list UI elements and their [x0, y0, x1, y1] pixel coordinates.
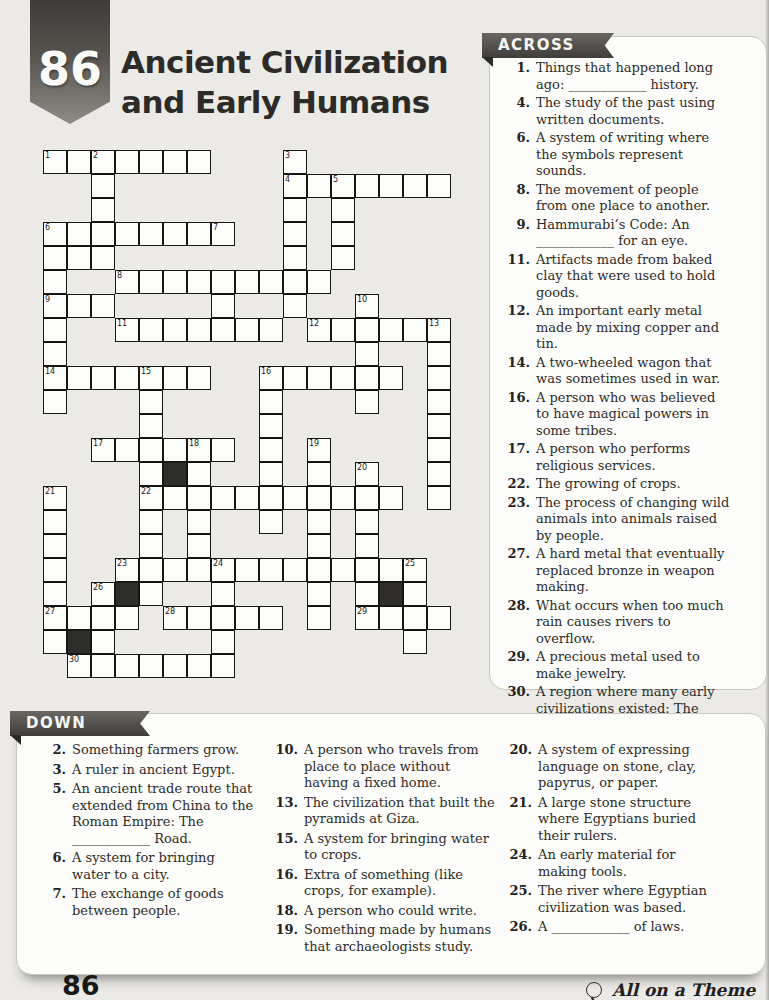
grid-cell[interactable]: 15 — [139, 366, 163, 390]
clue-text: The movement of people from one place to… — [536, 182, 732, 215]
clue-number: 5. — [40, 781, 72, 847]
grid-cell[interactable] — [355, 558, 379, 582]
clue-text: The growing of crops. — [536, 476, 681, 493]
clue-number: 26. — [506, 919, 538, 936]
clue-number: 7. — [40, 886, 72, 919]
grid-cell[interactable]: 18 — [187, 438, 211, 462]
grid-cell[interactable]: 27 — [43, 606, 67, 630]
grid-cell[interactable] — [187, 558, 211, 582]
grid-cell[interactable] — [307, 510, 331, 534]
grid-cell[interactable] — [115, 654, 139, 678]
grid-cell[interactable] — [427, 366, 451, 390]
grid-cell[interactable] — [379, 318, 403, 342]
grid-cell[interactable] — [307, 270, 331, 294]
grid-cell[interactable] — [379, 366, 403, 390]
grid-cell[interactable] — [355, 342, 379, 366]
grid-cell[interactable] — [91, 654, 115, 678]
grid-cell[interactable] — [43, 534, 67, 558]
grid-cell[interactable] — [43, 630, 67, 654]
grid-cell[interactable] — [91, 294, 115, 318]
grid-cell[interactable] — [259, 390, 283, 414]
clue-item: 29.A precious metal used to make jewelry… — [504, 649, 744, 682]
grid-cell[interactable]: 25 — [403, 558, 427, 582]
grid-cell[interactable] — [259, 486, 283, 510]
clue-number: 16. — [504, 390, 536, 440]
grid-cell[interactable] — [307, 174, 331, 198]
grid-cell[interactable] — [259, 414, 283, 438]
grid-cell[interactable] — [91, 174, 115, 198]
grid-cell[interactable] — [67, 150, 91, 174]
grid-cell[interactable] — [211, 438, 235, 462]
grid-cell[interactable] — [187, 150, 211, 174]
grid-cell[interactable] — [283, 486, 307, 510]
clue-number: 12. — [504, 303, 536, 353]
grid-cell[interactable]: 5 — [331, 174, 355, 198]
grid-cell[interactable] — [139, 270, 163, 294]
grid-cell[interactable] — [43, 318, 67, 342]
grid-cell[interactable] — [43, 270, 67, 294]
grid-cell[interactable] — [163, 486, 187, 510]
grid-cell[interactable]: 2 — [91, 150, 115, 174]
clue-item: 11.Artifacts made from baked clay that w… — [504, 252, 744, 302]
cell-number: 6 — [45, 223, 50, 233]
grid-cell[interactable]: 4 — [283, 174, 307, 198]
grid-cell[interactable] — [139, 558, 163, 582]
grid-cell[interactable] — [235, 558, 259, 582]
grid-cell[interactable] — [163, 318, 187, 342]
grid-cell[interactable] — [91, 246, 115, 270]
clue-item: 2.Something farmers grow. — [40, 742, 254, 759]
clue-number: 23. — [504, 495, 536, 545]
magnifier-icon — [586, 982, 602, 998]
page-number: 86 — [62, 970, 100, 1000]
grid-cell[interactable] — [163, 270, 187, 294]
grid-cell[interactable] — [43, 558, 67, 582]
clue-text: The process of changing wild animals int… — [536, 495, 732, 545]
down-column-1: 2.Something farmers grow.3.A ruler in an… — [40, 742, 254, 922]
grid-cell[interactable] — [187, 510, 211, 534]
grid-cell[interactable] — [139, 150, 163, 174]
grid-cell[interactable] — [43, 510, 67, 534]
grid-cell[interactable] — [139, 438, 163, 462]
cell-number: 26 — [93, 583, 103, 593]
grid-cell[interactable] — [43, 582, 67, 606]
grid-cell[interactable] — [283, 198, 307, 222]
grid-cell[interactable] — [283, 366, 307, 390]
grid-cell[interactable]: 8 — [115, 270, 139, 294]
grid-cell[interactable] — [187, 318, 211, 342]
grid-cell[interactable] — [163, 438, 187, 462]
grid-cell[interactable] — [187, 486, 211, 510]
grid-cell[interactable] — [187, 222, 211, 246]
cell-number: 10 — [357, 295, 367, 305]
clue-item: 14.A two-wheeled wagon that was sometime… — [504, 355, 744, 388]
grid-cell[interactable]: 28 — [163, 606, 187, 630]
cell-number: 7 — [213, 223, 218, 233]
across-clue-list: 1.Things that happened long ago: _______… — [504, 60, 744, 736]
clue-text: A hard metal that eventually replaced br… — [536, 546, 732, 596]
cell-number: 15 — [141, 367, 151, 377]
grid-cell[interactable] — [403, 174, 427, 198]
grid-cell[interactable] — [115, 366, 139, 390]
grid-cell[interactable]: 10 — [355, 294, 379, 318]
grid-cell[interactable]: 14 — [43, 366, 67, 390]
clue-item: 6.A system of writing where the symbols … — [504, 130, 744, 180]
clue-text: A system of writing where the symbols re… — [536, 130, 732, 180]
clue-number: 10. — [272, 742, 304, 792]
grid-cell[interactable] — [187, 534, 211, 558]
grid-cell[interactable] — [307, 558, 331, 582]
grid-cell[interactable] — [427, 414, 451, 438]
grid-cell[interactable] — [427, 438, 451, 462]
cell-number: 8 — [117, 271, 122, 281]
grid-cell[interactable] — [211, 630, 235, 654]
cell-number: 16 — [261, 367, 271, 377]
clue-item: 1.Things that happened long ago: _______… — [504, 60, 744, 93]
grid-cell[interactable] — [211, 270, 235, 294]
clue-item: 5.An ancient trade route that extended f… — [40, 781, 254, 847]
grid-cell[interactable]: 24 — [211, 558, 235, 582]
grid-cell[interactable] — [427, 174, 451, 198]
grid-cell[interactable] — [139, 534, 163, 558]
clue-item: 28.What occurs when too much rain causes… — [504, 598, 744, 648]
cell-number: 1 — [45, 151, 50, 161]
lesson-number: 86 — [38, 42, 102, 96]
cell-number: 14 — [45, 367, 55, 377]
grid-cell[interactable] — [259, 270, 283, 294]
clue-item: 7.The exchange of goods between people. — [40, 886, 254, 919]
clue-number: 18. — [272, 903, 304, 920]
clue-number: 13. — [272, 795, 304, 828]
clue-text: The civilization that built the pyramids… — [304, 795, 498, 828]
cell-number: 30 — [69, 655, 79, 665]
grid-cell[interactable] — [259, 510, 283, 534]
grid-cell[interactable] — [355, 582, 379, 606]
cell-number: 5 — [333, 175, 338, 185]
black-cell — [67, 630, 91, 654]
clue-number: 29. — [504, 649, 536, 682]
clue-item: 20.A system of expressing language on st… — [506, 742, 738, 792]
grid-cell[interactable] — [403, 582, 427, 606]
clue-number: 8. — [504, 182, 536, 215]
grid-cell[interactable] — [211, 582, 235, 606]
clue-number: 17. — [504, 441, 536, 474]
grid-cell[interactable] — [307, 366, 331, 390]
grid-cell[interactable] — [283, 558, 307, 582]
cell-number: 4 — [285, 175, 290, 185]
grid-cell[interactable] — [163, 150, 187, 174]
clue-text: A person who was believed to have magica… — [536, 390, 732, 440]
grid-cell[interactable]: 23 — [115, 558, 139, 582]
clue-number: 6. — [504, 130, 536, 180]
clue-item: 9.Hammurabi’s Code: An ____________ for … — [504, 217, 744, 250]
clue-text: Hammurabi’s Code: An ____________ for an… — [536, 217, 732, 250]
cell-number: 23 — [117, 559, 127, 569]
grid-cell[interactable] — [211, 294, 235, 318]
grid-cell[interactable] — [259, 438, 283, 462]
grid-cell[interactable] — [331, 246, 355, 270]
grid-cell[interactable] — [235, 270, 259, 294]
grid-cell[interactable]: 22 — [139, 486, 163, 510]
grid-cell[interactable] — [427, 342, 451, 366]
grid-cell[interactable] — [187, 462, 211, 486]
grid-cell[interactable] — [403, 630, 427, 654]
grid-cell[interactable] — [67, 246, 91, 270]
grid-cell[interactable] — [331, 222, 355, 246]
grid-cell[interactable] — [259, 318, 283, 342]
grid-cell[interactable] — [139, 318, 163, 342]
clue-item: 24.An early material for making tools. — [506, 847, 738, 880]
clue-item: 19.Something made by humans that archaeo… — [272, 922, 498, 955]
grid-cell[interactable] — [355, 390, 379, 414]
grid-cell[interactable] — [139, 414, 163, 438]
grid-cell[interactable] — [43, 246, 67, 270]
grid-cell[interactable] — [211, 318, 235, 342]
cell-number: 17 — [93, 439, 103, 449]
grid-cell[interactable] — [91, 366, 115, 390]
grid-cell[interactable] — [307, 462, 331, 486]
grid-cell[interactable] — [331, 198, 355, 222]
grid-cell[interactable] — [403, 318, 427, 342]
grid-cell[interactable] — [283, 270, 307, 294]
grid-cell[interactable] — [259, 558, 283, 582]
grid-cell[interactable] — [163, 654, 187, 678]
grid-cell[interactable] — [355, 510, 379, 534]
grid-cell[interactable] — [115, 150, 139, 174]
crossword-grid: 1234567891011121314151617181920212223242… — [43, 150, 451, 678]
lesson-number-badge: 86 — [30, 0, 110, 124]
grid-cell[interactable] — [67, 366, 91, 390]
grid-cell[interactable] — [187, 654, 211, 678]
grid-cell[interactable] — [211, 486, 235, 510]
clue-text: A system for bringing water to a city. — [72, 850, 254, 883]
clue-item: 15.A system for bringing water to crops. — [272, 831, 498, 864]
clue-text: A person who could write. — [304, 903, 477, 920]
grid-cell[interactable] — [163, 222, 187, 246]
grid-cell[interactable] — [355, 318, 379, 342]
grid-cell[interactable] — [379, 174, 403, 198]
clue-item: 17.A person who performs religious servi… — [504, 441, 744, 474]
grid-cell[interactable] — [331, 318, 355, 342]
clue-text: Something farmers grow. — [72, 742, 239, 759]
clue-text: A ____________ of laws. — [538, 919, 684, 936]
clue-item: 13.The civilization that built the pyram… — [272, 795, 498, 828]
clue-number: 27. — [504, 546, 536, 596]
cell-number: 19 — [309, 439, 319, 449]
clue-text: Things that happened long ago: _________… — [536, 60, 732, 93]
title-line-1: Ancient Civilization — [121, 42, 448, 82]
grid-cell[interactable] — [403, 606, 427, 630]
clue-text: A precious metal used to make jewelry. — [536, 649, 732, 682]
grid-cell[interactable]: 11 — [115, 318, 139, 342]
grid-cell[interactable]: 21 — [43, 486, 67, 510]
clue-number: 3. — [40, 762, 72, 779]
series-footer: All on a Theme — [586, 980, 755, 1000]
clue-number: 20. — [506, 742, 538, 792]
grid-cell[interactable] — [187, 606, 211, 630]
grid-cell[interactable] — [307, 534, 331, 558]
grid-cell[interactable] — [163, 366, 187, 390]
black-cell — [115, 582, 139, 606]
grid-cell[interactable] — [427, 606, 451, 630]
clue-item: 12.An important early metal made by mixi… — [504, 303, 744, 353]
grid-cell[interactable] — [211, 606, 235, 630]
grid-cell[interactable]: 16 — [259, 366, 283, 390]
clue-item: 4.The study of the past using written do… — [504, 95, 744, 128]
clue-number: 25. — [506, 883, 538, 916]
grid-cell[interactable]: 12 — [307, 318, 331, 342]
grid-cell[interactable]: 9 — [43, 294, 67, 318]
grid-cell[interactable] — [67, 606, 91, 630]
grid-cell[interactable] — [115, 438, 139, 462]
grid-cell[interactable] — [235, 606, 259, 630]
grid-cell[interactable] — [355, 174, 379, 198]
clue-text: What occurs when too much rain causes ri… — [536, 598, 732, 648]
grid-cell[interactable] — [379, 558, 403, 582]
grid-cell[interactable] — [139, 462, 163, 486]
grid-cell[interactable] — [307, 606, 331, 630]
black-cell — [163, 462, 187, 486]
page-title: Ancient Civilization and Early Humans — [121, 42, 448, 122]
down-column-2: 10.A person who travels from place to pl… — [272, 742, 498, 958]
grid-cell[interactable] — [379, 486, 403, 510]
clue-number: 6. — [40, 850, 72, 883]
clue-text: A person who travels from place to place… — [304, 742, 498, 792]
clue-item: 22.The growing of crops. — [504, 476, 744, 493]
clue-item: 23.The process of changing wild animals … — [504, 495, 744, 545]
grid-cell[interactable] — [67, 222, 91, 246]
across-label: ACROSS — [498, 36, 575, 54]
grid-cell[interactable] — [43, 390, 67, 414]
clue-number: 9. — [504, 217, 536, 250]
grid-cell[interactable] — [427, 462, 451, 486]
clue-number: 22. — [504, 476, 536, 493]
grid-cell[interactable] — [427, 486, 451, 510]
black-cell — [379, 582, 403, 606]
clue-text: An early material for making tools. — [538, 847, 724, 880]
grid-cell[interactable] — [91, 198, 115, 222]
cell-number: 27 — [45, 607, 55, 617]
clue-number: 15. — [272, 831, 304, 864]
grid-cell[interactable]: 1 — [43, 150, 67, 174]
grid-cell[interactable] — [355, 534, 379, 558]
clue-item: 3.A ruler in ancient Egypt. — [40, 762, 254, 779]
cell-number: 12 — [309, 319, 319, 329]
grid-cell[interactable] — [139, 654, 163, 678]
cell-number: 21 — [45, 487, 55, 497]
grid-cell[interactable] — [163, 558, 187, 582]
grid-cell[interactable] — [115, 606, 139, 630]
grid-cell[interactable] — [187, 366, 211, 390]
grid-cell[interactable]: 26 — [91, 582, 115, 606]
grid-cell[interactable] — [139, 510, 163, 534]
grid-cell[interactable]: 7 — [211, 222, 235, 246]
clue-number: 24. — [506, 847, 538, 880]
grid-cell[interactable] — [331, 486, 355, 510]
clue-text: The exchange of goods between people. — [72, 886, 254, 919]
clue-item: 16.A person who was believed to have mag… — [504, 390, 744, 440]
grid-cell[interactable]: 19 — [307, 438, 331, 462]
grid-cell[interactable] — [211, 654, 235, 678]
grid-cell[interactable] — [235, 486, 259, 510]
grid-cell[interactable]: 30 — [67, 654, 91, 678]
cell-number: 9 — [45, 295, 50, 305]
clue-text: Something made by humans that archaeolog… — [304, 922, 498, 955]
grid-cell[interactable] — [331, 366, 355, 390]
grid-cell[interactable] — [259, 606, 283, 630]
clue-number: 1. — [504, 60, 536, 93]
cell-number: 28 — [165, 607, 175, 617]
clue-number: 16. — [272, 867, 304, 900]
grid-cell[interactable]: 17 — [91, 438, 115, 462]
clue-number: 21. — [506, 795, 538, 845]
cell-number: 22 — [141, 487, 151, 497]
clue-number: 28. — [504, 598, 536, 648]
across-banner-fold — [482, 57, 493, 67]
clue-item: 27.A hard metal that eventually replaced… — [504, 546, 744, 596]
grid-cell[interactable] — [187, 270, 211, 294]
cell-number: 3 — [285, 151, 290, 161]
clue-item: 8.The movement of people from one place … — [504, 182, 744, 215]
clue-number: 14. — [504, 355, 536, 388]
clue-item: 10.A person who travels from place to pl… — [272, 742, 498, 792]
grid-cell[interactable] — [379, 606, 403, 630]
grid-cell[interactable]: 20 — [355, 462, 379, 486]
grid-cell[interactable] — [355, 486, 379, 510]
clue-text: The river where Egyptian civilization wa… — [538, 883, 724, 916]
clue-text: A system of expressing language on stone… — [538, 742, 724, 792]
grid-cell[interactable] — [235, 318, 259, 342]
grid-cell[interactable] — [355, 366, 379, 390]
grid-cell[interactable] — [139, 390, 163, 414]
grid-cell[interactable] — [307, 582, 331, 606]
cell-number: 11 — [117, 319, 127, 329]
grid-cell[interactable] — [307, 486, 331, 510]
grid-cell[interactable] — [139, 582, 163, 606]
grid-cell[interactable]: 3 — [283, 150, 307, 174]
clue-text: The study of the past using written docu… — [536, 95, 732, 128]
cell-number: 20 — [357, 463, 367, 473]
clue-item: 6.A system for bringing water to a city. — [40, 850, 254, 883]
grid-cell[interactable] — [67, 294, 91, 318]
grid-cell[interactable] — [91, 222, 115, 246]
grid-cell[interactable] — [427, 390, 451, 414]
grid-cell[interactable] — [331, 558, 355, 582]
grid-cell[interactable] — [283, 294, 307, 318]
grid-cell[interactable] — [139, 222, 163, 246]
grid-cell[interactable] — [115, 222, 139, 246]
clue-text: An ancient trade route that extended fro… — [72, 781, 254, 847]
across-banner: ACROSS — [482, 33, 614, 58]
grid-cell[interactable] — [91, 630, 115, 654]
cell-number: 25 — [405, 559, 415, 569]
cell-number: 18 — [189, 439, 199, 449]
grid-cell[interactable]: 29 — [355, 606, 379, 630]
clue-text: An important early metal made by mixing … — [536, 303, 732, 353]
clue-number: 11. — [504, 252, 536, 302]
clue-item: 26.A ____________ of laws. — [506, 919, 738, 936]
grid-cell[interactable]: 13 — [427, 318, 451, 342]
clue-text: A ruler in ancient Egypt. — [72, 762, 235, 779]
grid-cell[interactable] — [43, 342, 67, 366]
grid-cell[interactable]: 6 — [43, 222, 67, 246]
grid-cell[interactable] — [91, 606, 115, 630]
clue-number: 4. — [504, 95, 536, 128]
grid-cell[interactable] — [259, 462, 283, 486]
clue-number: 19. — [272, 922, 304, 955]
grid-cell[interactable] — [283, 222, 307, 246]
grid-cell[interactable] — [283, 246, 307, 270]
